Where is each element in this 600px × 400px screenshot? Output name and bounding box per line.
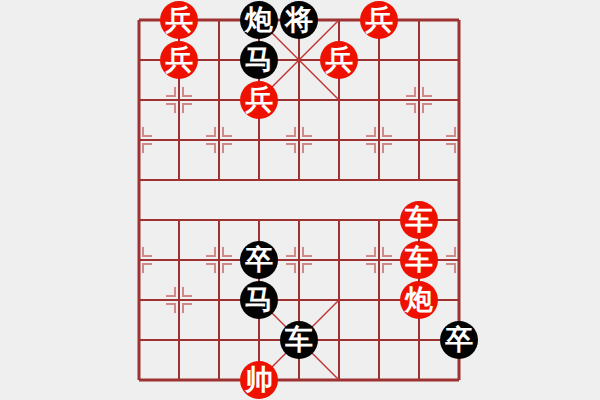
piece-red-chariot-1[interactable]: 车 — [400, 201, 438, 239]
piece-black-horse-2[interactable]: 马 — [240, 281, 278, 319]
piece-red-soldier-4[interactable]: 兵 — [320, 41, 358, 79]
piece-red-soldier-1[interactable]: 兵 — [160, 1, 198, 39]
xiangqi-diagram: 兵炮将兵兵马兵兵车卒车马炮车卒帅 — [0, 0, 600, 400]
piece-black-horse-1[interactable]: 马 — [240, 41, 278, 79]
piece-red-soldier-5[interactable]: 兵 — [240, 81, 278, 119]
piece-red-general[interactable]: 帅 — [240, 361, 278, 399]
piece-black-general[interactable]: 将 — [280, 1, 318, 39]
piece-black-soldier-1[interactable]: 卒 — [240, 241, 278, 279]
piece-red-soldier-2[interactable]: 兵 — [360, 1, 398, 39]
piece-black-chariot[interactable]: 车 — [280, 321, 318, 359]
piece-red-soldier-3[interactable]: 兵 — [160, 41, 198, 79]
piece-red-chariot-2[interactable]: 车 — [400, 241, 438, 279]
piece-red-cannon[interactable]: 炮 — [400, 281, 438, 319]
piece-black-cannon[interactable]: 炮 — [240, 1, 278, 39]
piece-black-soldier-2[interactable]: 卒 — [440, 321, 478, 359]
